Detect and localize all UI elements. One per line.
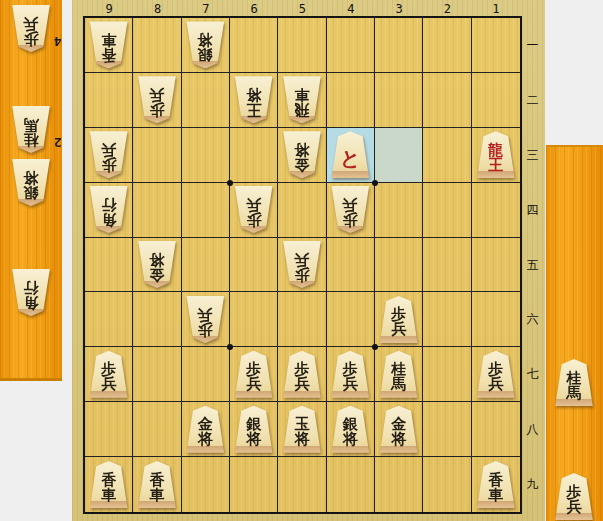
square-56[interactable] — [278, 292, 326, 347]
square-76[interactable]: 歩兵 — [182, 292, 230, 347]
square-39[interactable] — [375, 457, 423, 512]
square-83[interactable] — [133, 128, 181, 183]
square-36[interactable]: 歩兵 — [375, 292, 423, 347]
piece-kanji: 歩兵 — [282, 351, 322, 398]
rank-labels: 一二三四五六七八九 — [520, 18, 545, 512]
square-37[interactable]: 桂馬 — [375, 347, 423, 402]
sente-lance[interactable]: 香車 — [89, 461, 129, 508]
gote-hand-silver[interactable]: 銀将 — [11, 159, 51, 206]
piece-kanji: 香車 — [89, 461, 129, 508]
star-point — [227, 344, 233, 350]
piece-kanji: 歩兵 — [89, 131, 129, 178]
square-21[interactable] — [423, 18, 471, 73]
square-45[interactable] — [327, 238, 375, 293]
piece-kanji: 金将 — [185, 406, 225, 453]
piece-kanji: 王将 — [234, 76, 274, 123]
square-62[interactable]: 王将 — [230, 73, 278, 128]
rank-label-2: 二 — [520, 73, 545, 128]
square-51[interactable] — [278, 18, 326, 73]
square-73[interactable] — [182, 128, 230, 183]
square-58[interactable]: 玉将 — [278, 402, 326, 457]
hand-count: 4 — [54, 34, 62, 49]
sente-knight[interactable]: 桂馬 — [379, 351, 419, 398]
sente-knight[interactable]: 桂馬 — [554, 359, 594, 406]
square-68[interactable]: 銀将 — [230, 402, 278, 457]
square-87[interactable] — [133, 347, 181, 402]
square-29[interactable] — [423, 457, 471, 512]
gote-pawn[interactable]: 歩兵 — [11, 5, 51, 52]
square-41[interactable] — [327, 18, 375, 73]
piece-kanji: 金将 — [379, 406, 419, 453]
square-23[interactable] — [423, 128, 471, 183]
piece-kanji: 銀将 — [11, 159, 51, 206]
piece-kanji: 歩兵 — [476, 351, 516, 398]
sente-pawn[interactable]: 歩兵 — [282, 351, 322, 398]
square-38[interactable]: 金将 — [375, 402, 423, 457]
square-91[interactable]: 香車 — [85, 18, 133, 73]
square-65[interactable] — [230, 238, 278, 293]
square-19[interactable]: 香車 — [472, 457, 520, 512]
piece-kanji: 銀将 — [234, 406, 274, 453]
rank-label-7: 七 — [520, 347, 545, 402]
gote-pawn[interactable]: 歩兵 — [234, 186, 274, 233]
square-12[interactable] — [472, 73, 520, 128]
square-55[interactable]: 歩兵 — [278, 238, 326, 293]
gote-pawn[interactable]: 歩兵 — [89, 131, 129, 178]
star-point — [372, 344, 378, 350]
square-32[interactable] — [375, 73, 423, 128]
square-46[interactable] — [327, 292, 375, 347]
square-82[interactable]: 歩兵 — [133, 73, 181, 128]
square-99[interactable]: 香車 — [85, 457, 133, 512]
square-13[interactable]: 龍王 — [472, 128, 520, 183]
square-93[interactable]: 歩兵 — [85, 128, 133, 183]
square-89[interactable]: 香車 — [133, 457, 181, 512]
square-69[interactable] — [230, 457, 278, 512]
square-25[interactable] — [423, 238, 471, 293]
star-point — [372, 180, 378, 186]
square-77[interactable] — [182, 347, 230, 402]
gote-pawn[interactable]: 歩兵 — [282, 241, 322, 288]
piece-kanji: 歩兵 — [89, 351, 129, 398]
sente-silver[interactable]: 銀将 — [330, 406, 370, 453]
piece-kanji: 桂馬 — [379, 351, 419, 398]
square-14[interactable] — [472, 183, 520, 238]
gote-king[interactable]: 王将 — [234, 76, 274, 123]
piece-kanji: 歩兵 — [185, 296, 225, 343]
sente-silver[interactable]: 銀将 — [234, 406, 274, 453]
square-94[interactable]: 角行 — [85, 183, 133, 238]
square-27[interactable] — [423, 347, 471, 402]
gote-hand-knight[interactable]: 桂馬2 — [11, 106, 51, 153]
square-31[interactable] — [375, 18, 423, 73]
hand-count: 2 — [54, 135, 62, 150]
sente-hand-tray: 桂馬歩兵 — [546, 145, 603, 521]
square-49[interactable] — [327, 457, 375, 512]
sente-king[interactable]: 玉将 — [282, 406, 322, 453]
square-33[interactable] — [375, 128, 423, 183]
square-26[interactable] — [423, 292, 471, 347]
square-84[interactable] — [133, 183, 181, 238]
square-78[interactable]: 金将 — [182, 402, 230, 457]
gote-bishop[interactable]: 角行 — [89, 186, 129, 233]
piece-kanji: 角行 — [89, 186, 129, 233]
piece-kanji: 銀将 — [330, 406, 370, 453]
square-54[interactable] — [278, 183, 326, 238]
sente-lance[interactable]: 香車 — [137, 461, 177, 508]
piece-kanji: 歩兵 — [554, 473, 594, 520]
square-63[interactable] — [230, 128, 278, 183]
shogi-app: 歩兵4桂馬2銀将角行 987654321 一二三四五六七八九 香車銀将歩兵王将飛… — [0, 0, 603, 521]
sente-pawn[interactable]: 歩兵 — [234, 351, 274, 398]
square-42[interactable] — [327, 73, 375, 128]
square-44[interactable]: 歩兵 — [327, 183, 375, 238]
sente-hand-knight[interactable]: 桂馬 — [554, 359, 594, 406]
rank-label-1: 一 — [520, 18, 545, 73]
piece-kanji: 銀将 — [185, 21, 225, 68]
square-17[interactable]: 歩兵 — [472, 347, 520, 402]
square-95[interactable] — [85, 238, 133, 293]
gote-lance[interactable]: 香車 — [89, 21, 129, 68]
piece-kanji: 金将 — [282, 131, 322, 178]
piece-kanji: 歩兵 — [11, 5, 51, 52]
piece-kanji: 香車 — [89, 21, 129, 68]
sente-pawn[interactable]: 歩兵 — [476, 351, 516, 398]
square-81[interactable] — [133, 18, 181, 73]
sente-hand-pawn[interactable]: 歩兵 — [554, 473, 594, 520]
gote-hand-bishop[interactable]: 角行 — [11, 269, 51, 316]
sente-gold[interactable]: 金将 — [379, 406, 419, 453]
gote-bishop[interactable]: 角行 — [11, 269, 51, 316]
sente-pawn[interactable]: 歩兵 — [330, 351, 370, 398]
square-52[interactable]: 飛車 — [278, 73, 326, 128]
gote-hand-tray: 歩兵4桂馬2銀将角行 — [0, 0, 62, 381]
square-64[interactable]: 歩兵 — [230, 183, 278, 238]
rank-label-4: 四 — [520, 183, 545, 238]
gote-pawn[interactable]: 歩兵 — [330, 186, 370, 233]
sente-gold[interactable]: 金将 — [185, 406, 225, 453]
sente-pawn[interactable]: 歩兵 — [379, 296, 419, 343]
square-34[interactable] — [375, 183, 423, 238]
square-24[interactable] — [423, 183, 471, 238]
gote-silver[interactable]: 銀将 — [11, 159, 51, 206]
piece-kanji: 飛車 — [282, 76, 322, 123]
rank-label-3: 三 — [520, 128, 545, 183]
square-67[interactable]: 歩兵 — [230, 347, 278, 402]
gote-pawn[interactable]: 歩兵 — [137, 76, 177, 123]
star-point — [227, 180, 233, 186]
square-86[interactable] — [133, 292, 181, 347]
gote-silver[interactable]: 銀将 — [185, 21, 225, 68]
piece-kanji: と — [330, 131, 370, 178]
square-79[interactable] — [182, 457, 230, 512]
piece-kanji: 歩兵 — [137, 76, 177, 123]
gote-hand-pawn[interactable]: 歩兵4 — [11, 5, 51, 52]
piece-kanji: 歩兵 — [330, 186, 370, 233]
piece-kanji: 歩兵 — [330, 351, 370, 398]
gote-knight[interactable]: 桂馬 — [11, 106, 51, 153]
gote-pawn[interactable]: 歩兵 — [185, 296, 225, 343]
square-59[interactable] — [278, 457, 326, 512]
rank-label-8: 八 — [520, 402, 545, 457]
square-97[interactable]: 歩兵 — [85, 347, 133, 402]
square-18[interactable] — [472, 402, 520, 457]
square-28[interactable] — [423, 402, 471, 457]
board-grid: 香車銀将歩兵王将飛車歩兵金将と龍王角行歩兵歩兵金将歩兵歩兵歩兵歩兵歩兵歩兵歩兵桂… — [83, 16, 522, 514]
square-47[interactable]: 歩兵 — [327, 347, 375, 402]
square-74[interactable] — [182, 183, 230, 238]
square-61[interactable] — [230, 18, 278, 73]
square-35[interactable] — [375, 238, 423, 293]
piece-kanji: 金将 — [137, 241, 177, 288]
piece-kanji: 歩兵 — [234, 351, 274, 398]
piece-kanji: 歩兵 — [282, 241, 322, 288]
square-57[interactable]: 歩兵 — [278, 347, 326, 402]
piece-kanji: 歩兵 — [234, 186, 274, 233]
piece-kanji: 桂馬 — [554, 359, 594, 406]
gote-rook[interactable]: 飛車 — [282, 76, 322, 123]
sente-tokin-promoted[interactable]: と — [330, 131, 370, 178]
gote-gold[interactable]: 金将 — [137, 241, 177, 288]
square-98[interactable] — [85, 402, 133, 457]
square-11[interactable] — [472, 18, 520, 73]
piece-kanji: 玉将 — [282, 406, 322, 453]
rank-label-6: 六 — [520, 292, 545, 347]
square-71[interactable]: 銀将 — [182, 18, 230, 73]
square-85[interactable]: 金将 — [133, 238, 181, 293]
piece-kanji: 香車 — [476, 461, 516, 508]
gote-gold[interactable]: 金将 — [282, 131, 322, 178]
board-frame: 987654321 一二三四五六七八九 香車銀将歩兵王将飛車歩兵金将と龍王角行歩… — [72, 0, 545, 521]
sente-pawn[interactable]: 歩兵 — [89, 351, 129, 398]
square-53[interactable]: 金将 — [278, 128, 326, 183]
square-15[interactable] — [472, 238, 520, 293]
rank-label-9: 九 — [520, 457, 545, 512]
piece-kanji: 香車 — [137, 461, 177, 508]
square-75[interactable] — [182, 238, 230, 293]
rank-label-5: 五 — [520, 238, 545, 293]
square-96[interactable] — [85, 292, 133, 347]
square-88[interactable] — [133, 402, 181, 457]
piece-kanji: 角行 — [11, 269, 51, 316]
square-22[interactable] — [423, 73, 471, 128]
piece-kanji: 桂馬 — [11, 106, 51, 153]
piece-kanji: 龍王 — [476, 131, 516, 178]
square-92[interactable] — [85, 73, 133, 128]
square-72[interactable] — [182, 73, 230, 128]
square-43[interactable]: と — [327, 128, 375, 183]
sente-dragon-promoted[interactable]: 龍王 — [476, 131, 516, 178]
square-16[interactable] — [472, 292, 520, 347]
square-48[interactable]: 銀将 — [327, 402, 375, 457]
piece-kanji: 歩兵 — [379, 296, 419, 343]
sente-lance[interactable]: 香車 — [476, 461, 516, 508]
sente-pawn[interactable]: 歩兵 — [554, 473, 594, 520]
square-66[interactable] — [230, 292, 278, 347]
